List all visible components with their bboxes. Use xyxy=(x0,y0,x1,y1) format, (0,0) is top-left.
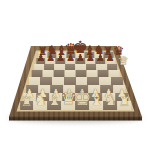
square-d2: ♟ xyxy=(62,93,75,101)
square-h5 xyxy=(109,70,120,77)
square-a3 xyxy=(26,85,38,93)
square-b4 xyxy=(40,77,52,85)
chess-board: ♜♞♝♛♚♝♞♜♟♟♟♟♟♟♟♟♟♟♟♟♟♟♟♟♜♞♝♛♚♝♞♜ xyxy=(0,0,150,150)
square-h3 xyxy=(113,85,125,93)
square-a1: ♜ xyxy=(20,101,34,110)
square-g4 xyxy=(99,77,111,85)
square-f3 xyxy=(88,85,100,93)
square-h4 xyxy=(111,77,123,85)
piece-black-rook-a8: ♜ xyxy=(38,46,48,57)
square-e3 xyxy=(76,85,88,93)
square-e4 xyxy=(76,77,88,85)
square-c3 xyxy=(51,85,63,93)
rank-4 xyxy=(29,77,123,85)
square-c5 xyxy=(53,70,64,77)
square-a2: ♟ xyxy=(23,93,36,101)
square-f1: ♝ xyxy=(89,101,103,110)
square-b2: ♟ xyxy=(36,93,49,101)
chess-set-photo: ♜♞♝♛♚♝♞♜♟♟♟♟♟♟♟♟♟♟♟♟♟♟♟♟♜♞♝♛♚♝♞♜ ♛♛ xyxy=(0,0,150,150)
square-g1: ♞ xyxy=(103,101,117,110)
square-e5 xyxy=(76,70,87,77)
square-g5 xyxy=(98,70,109,77)
square-e2: ♟ xyxy=(76,93,89,101)
square-f5 xyxy=(87,70,98,77)
square-d5 xyxy=(64,70,75,77)
square-d1: ♛ xyxy=(62,101,76,110)
square-b5 xyxy=(42,70,53,77)
square-b1: ♞ xyxy=(34,101,48,110)
square-c2: ♟ xyxy=(49,93,62,101)
square-g3 xyxy=(100,85,112,93)
square-g2: ♟ xyxy=(102,93,115,101)
square-d4 xyxy=(64,77,76,85)
square-b3 xyxy=(38,85,50,93)
square-h2: ♟ xyxy=(115,93,128,101)
square-h1: ♜ xyxy=(117,101,131,110)
rank-3 xyxy=(26,85,126,93)
rank-1: ♜♞♝♛♚♝♞♜ xyxy=(20,101,132,110)
rank-5 xyxy=(31,70,120,77)
piece-black-rook-h8: ♜ xyxy=(104,46,114,57)
square-c1: ♝ xyxy=(48,101,62,110)
square-a4 xyxy=(29,77,41,85)
square-d3 xyxy=(63,85,75,93)
square-a5 xyxy=(31,70,42,77)
rank-2: ♟♟♟♟♟♟♟♟ xyxy=(23,93,129,101)
square-c4 xyxy=(52,77,64,85)
square-f2: ♟ xyxy=(89,93,102,101)
spare-white-queen: ♛ xyxy=(118,55,129,67)
square-f4 xyxy=(87,77,99,85)
square-e1: ♚ xyxy=(75,101,89,110)
